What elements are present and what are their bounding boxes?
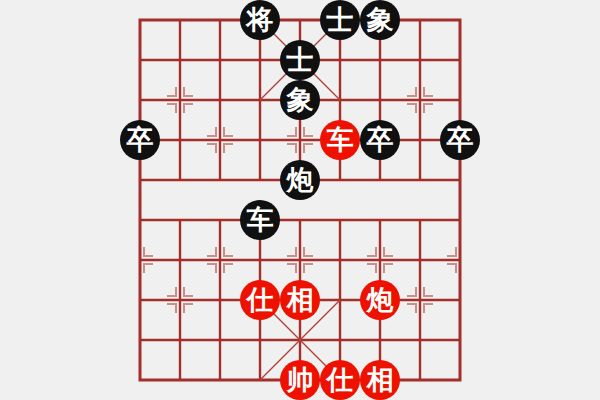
board-point-2-3[interactable] (200, 120, 240, 160)
board-point-0-8[interactable] (120, 320, 160, 360)
black-advisor[interactable]: 士 (280, 40, 320, 80)
board-point-1-7[interactable] (160, 280, 200, 320)
board-point-4-2[interactable]: 象 (280, 80, 320, 120)
board-point-5-3[interactable]: 车 (320, 120, 360, 160)
board-point-7-3[interactable] (400, 120, 440, 160)
board-point-8-5[interactable] (440, 200, 480, 240)
red-chariot[interactable]: 车 (320, 120, 360, 160)
board-point-7-7[interactable] (400, 280, 440, 320)
board-point-2-9[interactable] (200, 360, 240, 400)
board-point-1-3[interactable] (160, 120, 200, 160)
board-point-4-5[interactable] (280, 200, 320, 240)
black-cannon[interactable]: 炮 (280, 160, 320, 200)
board-point-4-3[interactable] (280, 120, 320, 160)
red-cannon[interactable]: 炮 (360, 280, 400, 320)
board-point-3-8[interactable] (240, 320, 280, 360)
red-elephant[interactable]: 相 (280, 280, 320, 320)
black-elephant[interactable]: 象 (280, 80, 320, 120)
board-point-0-3[interactable]: 卒 (120, 120, 160, 160)
board-point-3-2[interactable] (240, 80, 280, 120)
board-point-2-7[interactable] (200, 280, 240, 320)
xiangqi-board: 将士象士象卒车卒卒炮车仕相炮帅仕相 (120, 0, 480, 400)
black-soldier[interactable]: 卒 (440, 120, 480, 160)
board-point-3-6[interactable] (240, 240, 280, 280)
board-point-4-6[interactable] (280, 240, 320, 280)
board-point-0-7[interactable] (120, 280, 160, 320)
board-point-0-4[interactable] (120, 160, 160, 200)
board-point-8-2[interactable] (440, 80, 480, 120)
board-point-0-9[interactable] (120, 360, 160, 400)
board-point-7-4[interactable] (400, 160, 440, 200)
board-point-0-2[interactable] (120, 80, 160, 120)
board-point-3-0[interactable]: 将 (240, 0, 280, 40)
board-point-1-4[interactable] (160, 160, 200, 200)
board-point-6-7[interactable]: 炮 (360, 280, 400, 320)
xiangqi-board-app: 将士象士象卒车卒卒炮车仕相炮帅仕相 (0, 0, 600, 400)
board-point-3-7[interactable]: 仕 (240, 280, 280, 320)
board-point-5-1[interactable] (320, 40, 360, 80)
board-point-8-0[interactable] (440, 0, 480, 40)
board-point-2-8[interactable] (200, 320, 240, 360)
red-advisor[interactable]: 仕 (320, 360, 360, 400)
board-point-2-2[interactable] (200, 80, 240, 120)
board-point-1-8[interactable] (160, 320, 200, 360)
black-soldier[interactable]: 卒 (120, 120, 160, 160)
board-point-3-9[interactable] (240, 360, 280, 400)
red-elephant[interactable]: 相 (360, 360, 400, 400)
board-point-8-4[interactable] (440, 160, 480, 200)
board-point-0-1[interactable] (120, 40, 160, 80)
board-point-5-4[interactable] (320, 160, 360, 200)
board-point-6-9[interactable]: 相 (360, 360, 400, 400)
board-point-3-5[interactable]: 车 (240, 200, 280, 240)
board-point-4-7[interactable]: 相 (280, 280, 320, 320)
black-advisor[interactable]: 士 (320, 0, 360, 40)
board-point-1-1[interactable] (160, 40, 200, 80)
board-point-4-8[interactable] (280, 320, 320, 360)
board-point-5-2[interactable] (320, 80, 360, 120)
board-point-4-4[interactable]: 炮 (280, 160, 320, 200)
board-point-2-6[interactable] (200, 240, 240, 280)
board-point-8-6[interactable] (440, 240, 480, 280)
board-point-8-8[interactable] (440, 320, 480, 360)
board-point-8-7[interactable] (440, 280, 480, 320)
board-point-7-9[interactable] (400, 360, 440, 400)
board-point-1-9[interactable] (160, 360, 200, 400)
board-point-5-0[interactable]: 士 (320, 0, 360, 40)
board-point-6-8[interactable] (360, 320, 400, 360)
board-point-8-9[interactable] (440, 360, 480, 400)
board-point-1-2[interactable] (160, 80, 200, 120)
board-point-3-3[interactable] (240, 120, 280, 160)
board-point-8-1[interactable] (440, 40, 480, 80)
board-point-5-9[interactable]: 仕 (320, 360, 360, 400)
board-point-1-0[interactable] (160, 0, 200, 40)
board-point-6-6[interactable] (360, 240, 400, 280)
board-point-5-8[interactable] (320, 320, 360, 360)
board-point-7-0[interactable] (400, 0, 440, 40)
board-point-5-7[interactable] (320, 280, 360, 320)
red-general[interactable]: 帅 (280, 360, 320, 400)
red-advisor[interactable]: 仕 (240, 280, 280, 320)
board-point-7-2[interactable] (400, 80, 440, 120)
board-point-7-8[interactable] (400, 320, 440, 360)
board-point-4-1[interactable]: 士 (280, 40, 320, 80)
black-elephant[interactable]: 象 (360, 0, 400, 40)
board-point-2-5[interactable] (200, 200, 240, 240)
board-point-0-0[interactable] (120, 0, 160, 40)
board-point-5-6[interactable] (320, 240, 360, 280)
black-soldier[interactable]: 卒 (360, 120, 400, 160)
black-general[interactable]: 将 (240, 0, 280, 40)
board-point-3-4[interactable] (240, 160, 280, 200)
board-point-0-5[interactable] (120, 200, 160, 240)
board-point-2-4[interactable] (200, 160, 240, 200)
board-point-6-0[interactable]: 象 (360, 0, 400, 40)
board-point-6-4[interactable] (360, 160, 400, 200)
board-point-6-1[interactable] (360, 40, 400, 80)
board-point-7-5[interactable] (400, 200, 440, 240)
board-point-7-1[interactable] (400, 40, 440, 80)
board-point-6-2[interactable] (360, 80, 400, 120)
board-point-5-5[interactable] (320, 200, 360, 240)
board-point-1-5[interactable] (160, 200, 200, 240)
board-point-3-1[interactable] (240, 40, 280, 80)
board-point-6-5[interactable] (360, 200, 400, 240)
board-point-4-0[interactable] (280, 0, 320, 40)
board-point-7-6[interactable] (400, 240, 440, 280)
board-point-1-6[interactable] (160, 240, 200, 280)
board-point-2-1[interactable] (200, 40, 240, 80)
board-point-0-6[interactable] (120, 240, 160, 280)
board-point-4-9[interactable]: 帅 (280, 360, 320, 400)
board-point-8-3[interactable]: 卒 (440, 120, 480, 160)
board-point-2-0[interactable] (200, 0, 240, 40)
black-chariot[interactable]: 车 (240, 200, 280, 240)
board-point-6-3[interactable]: 卒 (360, 120, 400, 160)
